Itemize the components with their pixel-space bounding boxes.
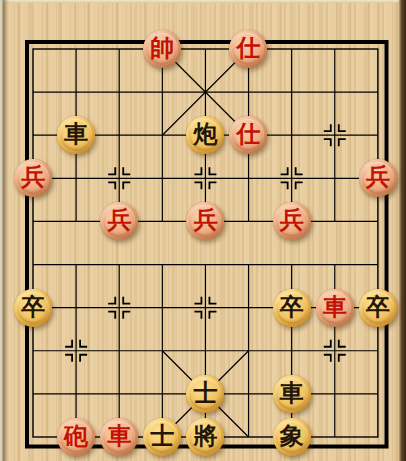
black-piece-glyph: 將 <box>193 424 217 448</box>
piece-red-chariot[interactable]: 車 <box>100 418 138 456</box>
piece-face: 兵 <box>276 205 308 237</box>
piece-face: 卒 <box>362 292 394 324</box>
piece-face: 仕 <box>232 119 264 151</box>
red-piece-glyph: 兵 <box>21 165 45 189</box>
piece-black-cannon[interactable]: 炮 <box>186 116 224 154</box>
piece-red-chariot[interactable]: 車 <box>316 289 354 327</box>
piece-black-advisor[interactable]: 士 <box>143 418 181 456</box>
piece-face: 卒 <box>276 292 308 324</box>
piece-face: 士 <box>146 421 178 453</box>
board-edge-left-shadow <box>0 0 9 461</box>
red-piece-glyph: 車 <box>107 424 131 448</box>
black-piece-glyph: 士 <box>150 424 174 448</box>
piece-red-advisor[interactable]: 仕 <box>229 116 267 154</box>
piece-red-soldier[interactable]: 兵 <box>273 202 311 240</box>
red-piece-glyph: 帥 <box>150 36 174 60</box>
piece-black-soldier[interactable]: 卒 <box>273 289 311 327</box>
piece-black-advisor[interactable]: 士 <box>186 375 224 413</box>
piece-face: 車 <box>103 421 135 453</box>
piece-face: 車 <box>60 119 92 151</box>
piece-black-soldier[interactable]: 卒 <box>359 289 397 327</box>
piece-red-soldier[interactable]: 兵 <box>14 159 52 197</box>
piece-face: 兵 <box>189 205 221 237</box>
piece-face: 將 <box>189 421 221 453</box>
piece-face: 炮 <box>189 119 221 151</box>
piece-red-soldier[interactable]: 兵 <box>359 159 397 197</box>
red-piece-glyph: 砲 <box>64 424 88 448</box>
piece-face: 象 <box>276 421 308 453</box>
piece-red-soldier[interactable]: 兵 <box>186 202 224 240</box>
piece-black-general[interactable]: 將 <box>186 418 224 456</box>
red-piece-glyph: 車 <box>323 295 347 319</box>
xiangqi-board: 帥仕車炮仕兵兵兵兵兵卒卒車卒士車砲車士將象 <box>0 0 406 461</box>
red-piece-glyph: 兵 <box>280 208 304 232</box>
black-piece-glyph: 卒 <box>366 295 390 319</box>
black-piece-glyph: 卒 <box>21 295 45 319</box>
piece-black-soldier[interactable]: 卒 <box>14 289 52 327</box>
black-piece-glyph: 車 <box>64 122 88 146</box>
red-piece-glyph: 仕 <box>236 122 260 146</box>
piece-red-advisor[interactable]: 仕 <box>229 30 267 68</box>
piece-face: 車 <box>276 378 308 410</box>
piece-face: 車 <box>319 292 351 324</box>
piece-grid: 帥仕車炮仕兵兵兵兵兵卒卒車卒士車砲車士將象 <box>11 27 399 458</box>
black-piece-glyph: 炮 <box>193 122 217 146</box>
piece-face: 兵 <box>103 205 135 237</box>
piece-face: 仕 <box>232 33 264 65</box>
red-piece-glyph: 兵 <box>107 208 131 232</box>
black-piece-glyph: 卒 <box>280 295 304 319</box>
black-piece-glyph: 士 <box>193 381 217 405</box>
piece-red-general[interactable]: 帥 <box>143 30 181 68</box>
piece-red-soldier[interactable]: 兵 <box>100 202 138 240</box>
red-piece-glyph: 仕 <box>236 36 260 60</box>
red-piece-glyph: 兵 <box>366 165 390 189</box>
piece-black-chariot[interactable]: 車 <box>273 375 311 413</box>
piece-face: 兵 <box>17 162 49 194</box>
piece-black-elephant[interactable]: 象 <box>273 418 311 456</box>
black-piece-glyph: 象 <box>280 424 304 448</box>
piece-face: 兵 <box>362 162 394 194</box>
piece-red-cannon[interactable]: 砲 <box>57 418 95 456</box>
piece-face: 帥 <box>146 33 178 65</box>
piece-face: 卒 <box>17 292 49 324</box>
red-piece-glyph: 兵 <box>193 208 217 232</box>
piece-face: 士 <box>189 378 221 410</box>
piece-face: 砲 <box>60 421 92 453</box>
board-edge-top-highlight <box>0 0 406 3</box>
black-piece-glyph: 車 <box>280 381 304 405</box>
piece-black-chariot[interactable]: 車 <box>57 116 95 154</box>
